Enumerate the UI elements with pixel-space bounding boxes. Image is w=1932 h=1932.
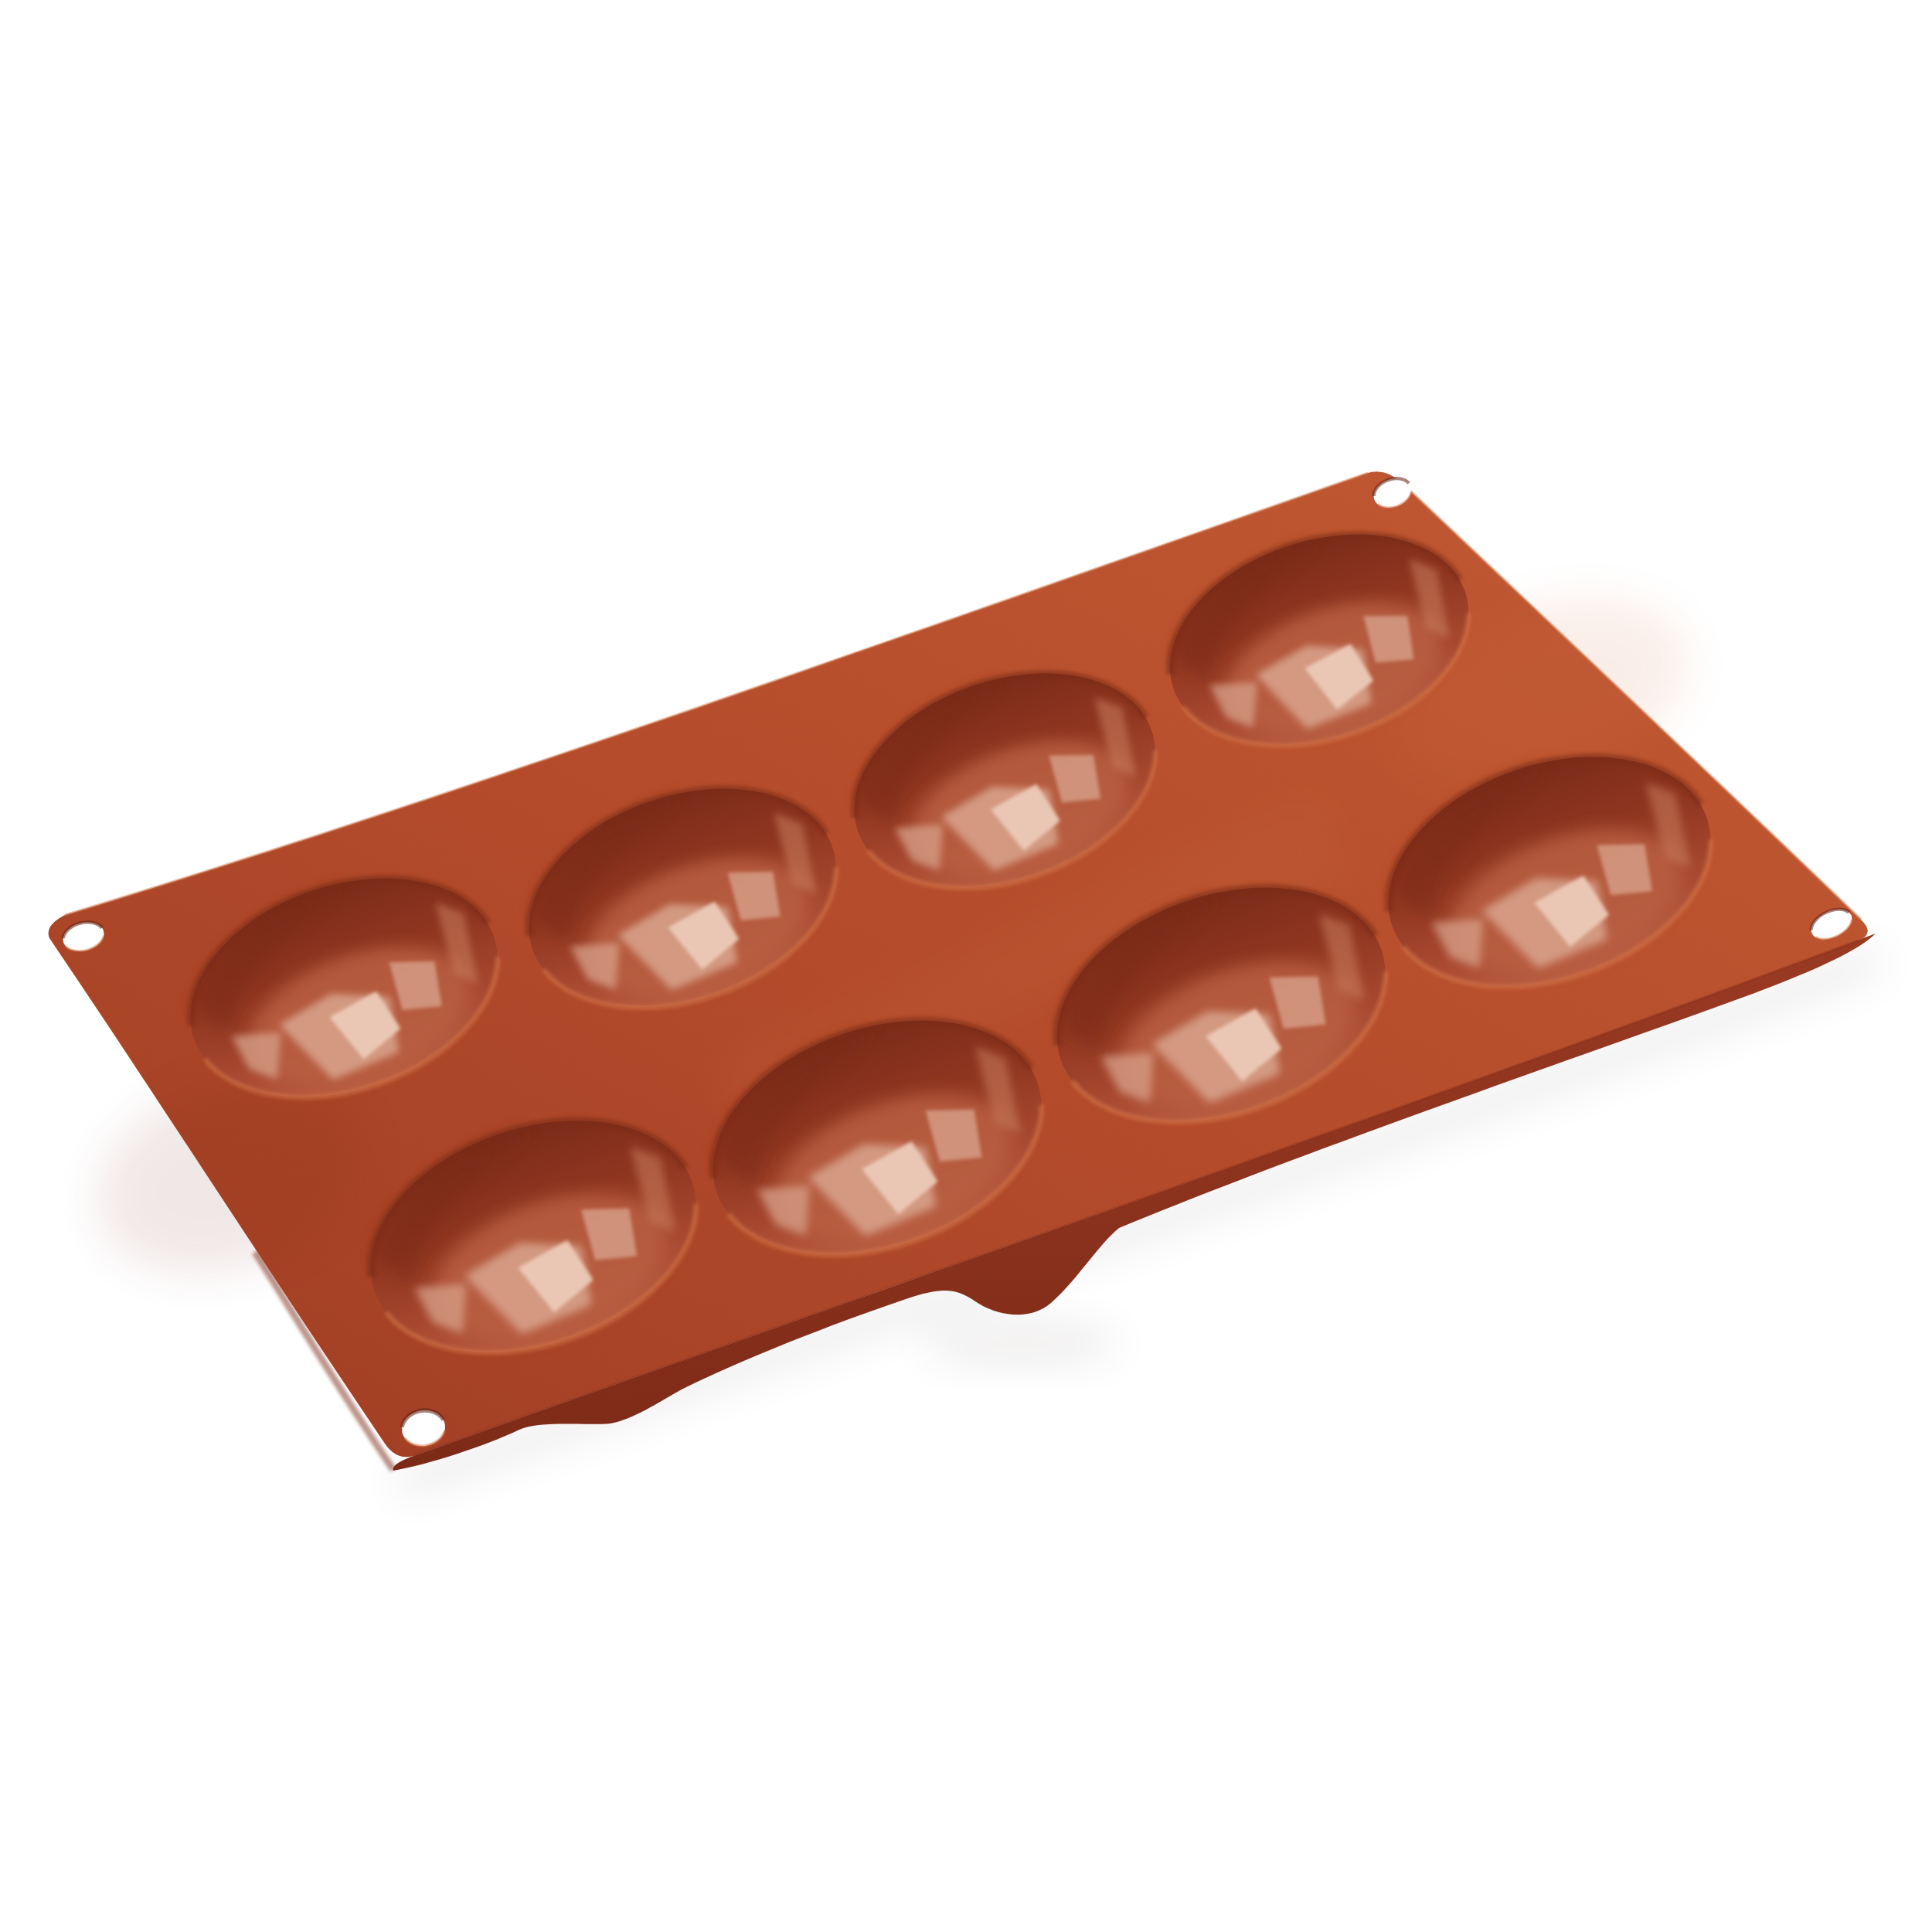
product-photo-stage — [0, 0, 1932, 1932]
bump-shadow — [920, 1323, 1121, 1363]
silicone-mold-photo-svg — [0, 0, 1932, 1932]
